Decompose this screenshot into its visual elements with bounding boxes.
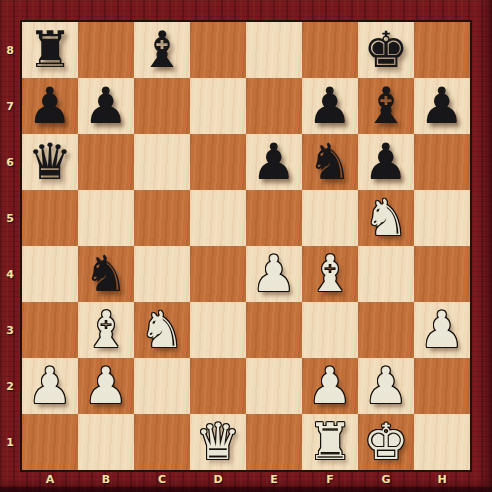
file-label-e: E [246, 471, 302, 487]
square-f7[interactable]: ♟ [302, 78, 358, 134]
black-pawn[interactable]: ♟ [364, 134, 409, 190]
square-h5[interactable] [414, 190, 470, 246]
square-c8[interactable]: ♝ [134, 22, 190, 78]
square-e1[interactable] [246, 414, 302, 470]
square-b7[interactable]: ♟ [78, 78, 134, 134]
white-pawn[interactable]: ♟ [252, 246, 297, 302]
black-pawn[interactable]: ♟ [308, 78, 353, 134]
square-c1[interactable] [134, 414, 190, 470]
file-label-c: C [134, 471, 190, 487]
square-c5[interactable] [134, 190, 190, 246]
square-c2[interactable] [134, 358, 190, 414]
square-g1[interactable]: ♚ [358, 414, 414, 470]
rank-label-1: 1 [0, 414, 20, 470]
square-g5[interactable]: ♞ [358, 190, 414, 246]
black-pawn[interactable]: ♟ [420, 78, 465, 134]
rank-label-5: 5 [0, 190, 20, 246]
square-e4[interactable]: ♟ [246, 246, 302, 302]
file-label-a: A [22, 471, 78, 487]
rank-label-6: 6 [0, 134, 20, 190]
square-f8[interactable] [302, 22, 358, 78]
square-e3[interactable] [246, 302, 302, 358]
square-g6[interactable]: ♟ [358, 134, 414, 190]
square-c3[interactable]: ♞ [134, 302, 190, 358]
file-labels: ABCDEFGH [22, 471, 470, 487]
square-c4[interactable] [134, 246, 190, 302]
square-h1[interactable] [414, 414, 470, 470]
file-label-b: B [78, 471, 134, 487]
black-bishop[interactable]: ♝ [140, 22, 185, 78]
square-d4[interactable] [190, 246, 246, 302]
square-b1[interactable] [78, 414, 134, 470]
square-d5[interactable] [190, 190, 246, 246]
white-bishop[interactable]: ♝ [308, 246, 353, 302]
square-f5[interactable] [302, 190, 358, 246]
square-a5[interactable] [22, 190, 78, 246]
white-bishop[interactable]: ♝ [84, 302, 129, 358]
square-g3[interactable] [358, 302, 414, 358]
square-a3[interactable] [22, 302, 78, 358]
square-b2[interactable]: ♟ [78, 358, 134, 414]
square-d7[interactable] [190, 78, 246, 134]
square-e6[interactable]: ♟ [246, 134, 302, 190]
square-h7[interactable]: ♟ [414, 78, 470, 134]
square-f4[interactable]: ♝ [302, 246, 358, 302]
square-f6[interactable]: ♞ [302, 134, 358, 190]
square-g4[interactable] [358, 246, 414, 302]
black-rook[interactable]: ♜ [28, 22, 73, 78]
white-queen[interactable]: ♛ [196, 414, 241, 470]
black-knight[interactable]: ♞ [84, 246, 129, 302]
white-knight[interactable]: ♞ [140, 302, 185, 358]
square-f1[interactable]: ♜ [302, 414, 358, 470]
square-h3[interactable]: ♟ [414, 302, 470, 358]
rank-label-8: 8 [0, 22, 20, 78]
rank-label-7: 7 [0, 78, 20, 134]
square-b4[interactable]: ♞ [78, 246, 134, 302]
square-a2[interactable]: ♟ [22, 358, 78, 414]
file-label-g: G [358, 471, 414, 487]
square-e8[interactable] [246, 22, 302, 78]
square-a4[interactable] [22, 246, 78, 302]
file-label-f: F [302, 471, 358, 487]
square-e5[interactable] [246, 190, 302, 246]
square-a6[interactable]: ♛ [22, 134, 78, 190]
square-a7[interactable]: ♟ [22, 78, 78, 134]
white-rook[interactable]: ♜ [308, 414, 353, 470]
white-pawn[interactable]: ♟ [420, 302, 465, 358]
square-d2[interactable] [190, 358, 246, 414]
square-a8[interactable]: ♜ [22, 22, 78, 78]
square-g7[interactable]: ♝ [358, 78, 414, 134]
square-h6[interactable] [414, 134, 470, 190]
square-c7[interactable] [134, 78, 190, 134]
square-f3[interactable] [302, 302, 358, 358]
rank-label-3: 3 [0, 302, 20, 358]
chess-board: ♜♝♚♟♟♟♝♟♛♟♞♟♞♞♟♝♝♞♟♟♟♟♟♛♜♚ [20, 20, 472, 472]
square-g2[interactable]: ♟ [358, 358, 414, 414]
rank-label-4: 4 [0, 246, 20, 302]
square-b5[interactable] [78, 190, 134, 246]
square-h2[interactable] [414, 358, 470, 414]
square-a1[interactable] [22, 414, 78, 470]
black-pawn[interactable]: ♟ [84, 78, 129, 134]
square-d8[interactable] [190, 22, 246, 78]
square-e2[interactable] [246, 358, 302, 414]
square-f2[interactable]: ♟ [302, 358, 358, 414]
square-b6[interactable] [78, 134, 134, 190]
square-b8[interactable] [78, 22, 134, 78]
rank-labels: 87654321 [0, 22, 20, 470]
file-label-d: D [190, 471, 246, 487]
black-queen[interactable]: ♛ [28, 134, 73, 190]
square-c6[interactable] [134, 134, 190, 190]
black-knight[interactable]: ♞ [308, 134, 353, 190]
square-g8[interactable]: ♚ [358, 22, 414, 78]
square-d6[interactable] [190, 134, 246, 190]
square-d1[interactable]: ♛ [190, 414, 246, 470]
chess-diagram: ♜♝♚♟♟♟♝♟♛♟♞♟♞♞♟♝♝♞♟♟♟♟♟♛♜♚ 87654321 ABCD… [0, 0, 492, 492]
square-h4[interactable] [414, 246, 470, 302]
square-e7[interactable] [246, 78, 302, 134]
white-pawn[interactable]: ♟ [364, 358, 409, 414]
white-knight[interactable]: ♞ [364, 190, 409, 246]
file-label-h: H [414, 471, 470, 487]
white-pawn[interactable]: ♟ [28, 358, 73, 414]
square-h8[interactable] [414, 22, 470, 78]
square-b3[interactable]: ♝ [78, 302, 134, 358]
white-king[interactable]: ♚ [364, 414, 409, 470]
black-king[interactable]: ♚ [364, 22, 409, 78]
rank-label-2: 2 [0, 358, 20, 414]
black-pawn[interactable]: ♟ [252, 134, 297, 190]
white-pawn[interactable]: ♟ [84, 358, 129, 414]
white-pawn[interactable]: ♟ [308, 358, 353, 414]
black-bishop[interactable]: ♝ [364, 78, 409, 134]
black-pawn[interactable]: ♟ [28, 78, 73, 134]
square-d3[interactable] [190, 302, 246, 358]
